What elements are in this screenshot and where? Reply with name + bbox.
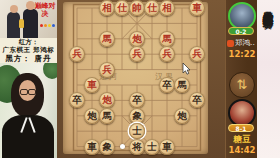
glasses-icon [20,89,28,95]
top-player-name: 郑鸿.. [235,38,255,48]
piece-red-車[interactable]: 車 [84,77,100,93]
piece-red-相[interactable]: 相 [159,0,175,16]
glasses-icon [28,89,36,95]
top-player-clock: 12:22 [226,49,258,59]
piece-black-象[interactable]: 象 [99,139,115,155]
streamer-camera [0,63,57,158]
rank-badge-icon [227,40,234,47]
piece-red-帥[interactable]: 帥 [129,0,145,16]
bottom-player-avatar[interactable] [228,99,256,127]
piece-red-車[interactable]: 車 [189,0,205,16]
top-player-avatar[interactable] [228,2,256,30]
piece-black-馬[interactable]: 馬 [99,108,115,124]
piece-red-馬[interactable]: 馬 [159,31,175,47]
piece-red-兵[interactable]: 兵 [99,62,115,78]
flip-board-button[interactable]: ⇅ [229,72,255,98]
plant-decor [43,63,57,79]
streamer-torso [2,115,54,158]
player-photo-face [10,5,18,13]
piece-black-車[interactable]: 車 [159,139,175,155]
red-side-label: 红方： [0,38,57,46]
promo-photo: 巅峰对决 [0,0,57,38]
piece-black-士[interactable]: 士 [144,139,160,155]
promo-title: 巅峰对决 [34,2,56,18]
top-player-score-badge: 0-2 [228,27,254,35]
piece-red-仕[interactable]: 仕 [114,0,130,16]
piece-red-仕[interactable]: 仕 [144,0,160,16]
piece-red-相[interactable]: 相 [99,0,115,16]
bottom-player-clock: 14:42 [226,145,258,155]
piece-black-馬[interactable]: 馬 [174,77,190,93]
black-side-name: 黑方： 唐丹 [0,54,57,63]
xiangqi-board-frame: 楚河 汉界 相仕帥仕相車馬炮馬兵兵兵兵兵車炮卒馬卒卒卒炮馬象炮士車象将士車 [57,0,225,158]
bottom-player-score-badge: 8-1 [228,124,254,132]
piece-red-炮[interactable]: 炮 [129,31,145,47]
xiangqi-board[interactable]: 楚河 汉界 相仕帥仕相車馬炮馬兵兵兵兵兵車炮卒馬卒卒卒炮馬象炮士車象将士車 [63,2,208,154]
piece-black-車[interactable]: 車 [84,139,100,155]
event-title-vertical: 唐丹大战十省棋王巅峰擂台赛 [262,2,276,158]
piece-black-卒[interactable]: 卒 [159,77,175,93]
trophy-icon [19,19,24,28]
players-sidebar: 0-2 郑鸿.. 12:22 ⇅ 8-1 糖豆 14:42 [225,0,257,158]
piece-black-将[interactable]: 将 [129,139,145,155]
red-side-name: 广东棋王 郑鸿标 [0,46,57,54]
event-banner: 唐丹大战十省棋王巅峰擂台赛 [257,0,280,158]
matchup-caption: 红方： 广东棋王 郑鸿标 黑方： 唐丹 [0,38,57,63]
promo-dots [40,24,55,27]
top-player-name-row[interactable]: 郑鸿.. [227,38,255,48]
last-move-origin-dot [120,144,125,149]
left-panel: 巅峰对决 红方： 广东棋王 郑鸿标 黑方： 唐丹 [0,0,57,158]
piece-black-炮[interactable]: 炮 [174,108,190,124]
stream-window: 巅峰对决 红方： 广东棋王 郑鸿标 黑方： 唐丹 [0,0,280,158]
piece-black-象[interactable]: 象 [129,108,145,124]
piece-black-炮[interactable]: 炮 [84,108,100,124]
piece-red-馬[interactable]: 馬 [99,31,115,47]
mouse-cursor [182,62,191,75]
